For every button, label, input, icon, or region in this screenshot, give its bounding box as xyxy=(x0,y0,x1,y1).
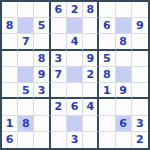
cell-r8c1[interactable]: 1 xyxy=(2,116,18,132)
cell-r4c5[interactable] xyxy=(67,51,83,67)
cell-r7c6[interactable]: 4 xyxy=(83,99,99,115)
cell-r7c5[interactable]: 6 xyxy=(67,99,83,115)
cell-r2c8[interactable] xyxy=(116,18,132,34)
cell-r2c9[interactable]: 9 xyxy=(132,18,148,34)
cell-r8c2[interactable]: 8 xyxy=(18,116,34,132)
cell-r7c9[interactable] xyxy=(132,99,148,115)
cell-r8c3[interactable] xyxy=(34,116,50,132)
cell-r8c9[interactable]: 3 xyxy=(132,116,148,132)
cell-r9c6[interactable] xyxy=(83,132,99,148)
cell-r5c5[interactable] xyxy=(67,67,83,83)
cell-r6c7[interactable]: 1 xyxy=(99,83,115,99)
cell-r5c4[interactable]: 7 xyxy=(51,67,67,83)
cell-r5c8[interactable] xyxy=(116,67,132,83)
cell-r3c6[interactable] xyxy=(83,34,99,50)
cell-r6c9[interactable] xyxy=(132,83,148,99)
cell-r8c5[interactable] xyxy=(67,116,83,132)
cell-r8c4[interactable] xyxy=(51,116,67,132)
cell-r2c7[interactable]: 6 xyxy=(99,18,115,34)
cell-r9c7[interactable] xyxy=(99,132,115,148)
cell-r7c7[interactable] xyxy=(99,99,115,115)
cell-r2c3[interactable]: 5 xyxy=(34,18,50,34)
cell-r5c9[interactable] xyxy=(132,67,148,83)
cell-r4c8[interactable] xyxy=(116,51,132,67)
cell-r6c2[interactable]: 5 xyxy=(18,83,34,99)
cell-r1c6[interactable]: 8 xyxy=(83,2,99,18)
cell-r2c6[interactable] xyxy=(83,18,99,34)
cell-r4c4[interactable]: 3 xyxy=(51,51,67,67)
cell-r1c5[interactable]: 2 xyxy=(67,2,83,18)
cell-r3c7[interactable] xyxy=(99,34,115,50)
cell-r1c2[interactable] xyxy=(18,2,34,18)
cell-r1c8[interactable] xyxy=(116,2,132,18)
cell-r4c2[interactable] xyxy=(18,51,34,67)
cell-r3c5[interactable]: 4 xyxy=(67,34,83,50)
cell-r9c1[interactable]: 6 xyxy=(2,132,18,148)
cell-r5c3[interactable]: 9 xyxy=(34,67,50,83)
cell-r7c2[interactable] xyxy=(18,99,34,115)
cell-r4c7[interactable]: 5 xyxy=(99,51,115,67)
cell-r9c9[interactable]: 2 xyxy=(132,132,148,148)
cell-r9c4[interactable] xyxy=(51,132,67,148)
cell-r5c6[interactable]: 2 xyxy=(83,67,99,83)
cell-r6c4[interactable] xyxy=(51,83,67,99)
cell-r6c5[interactable] xyxy=(67,83,83,99)
sudoku-board: 62885697488395972853192641863632 xyxy=(0,0,150,150)
cell-r8c7[interactable] xyxy=(99,116,115,132)
cell-r8c8[interactable]: 6 xyxy=(116,116,132,132)
cell-r7c8[interactable] xyxy=(116,99,132,115)
cell-r4c6[interactable]: 9 xyxy=(83,51,99,67)
cell-r6c8[interactable]: 9 xyxy=(116,83,132,99)
cell-r1c9[interactable] xyxy=(132,2,148,18)
cell-r4c1[interactable] xyxy=(2,51,18,67)
cell-r5c7[interactable]: 8 xyxy=(99,67,115,83)
cell-r5c1[interactable] xyxy=(2,67,18,83)
cell-r3c3[interactable] xyxy=(34,34,50,50)
cell-r3c8[interactable]: 8 xyxy=(116,34,132,50)
cell-r1c1[interactable] xyxy=(2,2,18,18)
cell-r1c3[interactable] xyxy=(34,2,50,18)
cell-r1c7[interactable] xyxy=(99,2,115,18)
cell-r3c4[interactable] xyxy=(51,34,67,50)
cell-r2c1[interactable]: 8 xyxy=(2,18,18,34)
cell-r7c4[interactable]: 2 xyxy=(51,99,67,115)
cell-r9c3[interactable] xyxy=(34,132,50,148)
cell-r6c1[interactable] xyxy=(2,83,18,99)
cell-r9c8[interactable] xyxy=(116,132,132,148)
cell-r7c1[interactable] xyxy=(2,99,18,115)
cell-r3c2[interactable]: 7 xyxy=(18,34,34,50)
cell-r2c5[interactable] xyxy=(67,18,83,34)
cell-r4c9[interactable] xyxy=(132,51,148,67)
cell-r6c6[interactable] xyxy=(83,83,99,99)
cell-r5c2[interactable] xyxy=(18,67,34,83)
cell-r4c3[interactable]: 8 xyxy=(34,51,50,67)
cell-r1c4[interactable]: 6 xyxy=(51,2,67,18)
cell-r9c2[interactable] xyxy=(18,132,34,148)
cell-r6c3[interactable]: 3 xyxy=(34,83,50,99)
cell-r2c4[interactable] xyxy=(51,18,67,34)
cell-r2c2[interactable] xyxy=(18,18,34,34)
cell-r9c5[interactable]: 3 xyxy=(67,132,83,148)
cell-r3c9[interactable] xyxy=(132,34,148,50)
cell-r8c6[interactable] xyxy=(83,116,99,132)
cell-r3c1[interactable] xyxy=(2,34,18,50)
cell-r7c3[interactable] xyxy=(34,99,50,115)
